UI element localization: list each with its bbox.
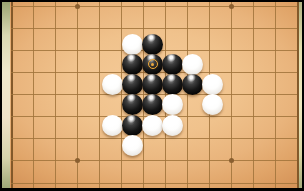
last-move-marker (148, 59, 158, 69)
black-stone (122, 54, 143, 75)
letterbox-bottom (0, 188, 304, 191)
star-point (75, 158, 80, 163)
grid-line-horizontal (11, 138, 297, 139)
black-stone (162, 54, 183, 75)
black-stone (122, 74, 143, 95)
white-stone (162, 94, 183, 115)
black-stone (162, 74, 183, 95)
white-stone (102, 74, 123, 95)
white-stone (122, 135, 143, 156)
black-stone (142, 34, 163, 55)
letterbox-left (0, 0, 2, 190)
star-point (75, 4, 80, 9)
letterbox-top (0, 0, 304, 2)
grid-line-horizontal (11, 160, 297, 161)
star-point (229, 158, 234, 163)
white-stone (162, 115, 183, 136)
black-stone (122, 94, 143, 115)
white-stone (202, 74, 223, 95)
grid-line-vertical (297, 2, 299, 188)
black-stone (142, 54, 163, 75)
white-stone (102, 115, 123, 136)
white-stone (122, 34, 143, 55)
grid-line-horizontal (11, 183, 297, 184)
black-stone (142, 94, 163, 115)
grid-line-horizontal (11, 6, 297, 7)
letterbox-right (302, 0, 304, 190)
star-point (229, 4, 234, 9)
black-stone (182, 74, 203, 95)
white-stone (182, 54, 203, 75)
board-left-rim (2, 2, 10, 188)
gomoku-board-surface[interactable] (10, 2, 298, 188)
white-stone (142, 115, 163, 136)
white-stone (202, 94, 223, 115)
video-frame (0, 0, 304, 190)
grid-line-horizontal (11, 28, 297, 29)
black-stone (122, 115, 143, 136)
black-stone (142, 74, 163, 95)
